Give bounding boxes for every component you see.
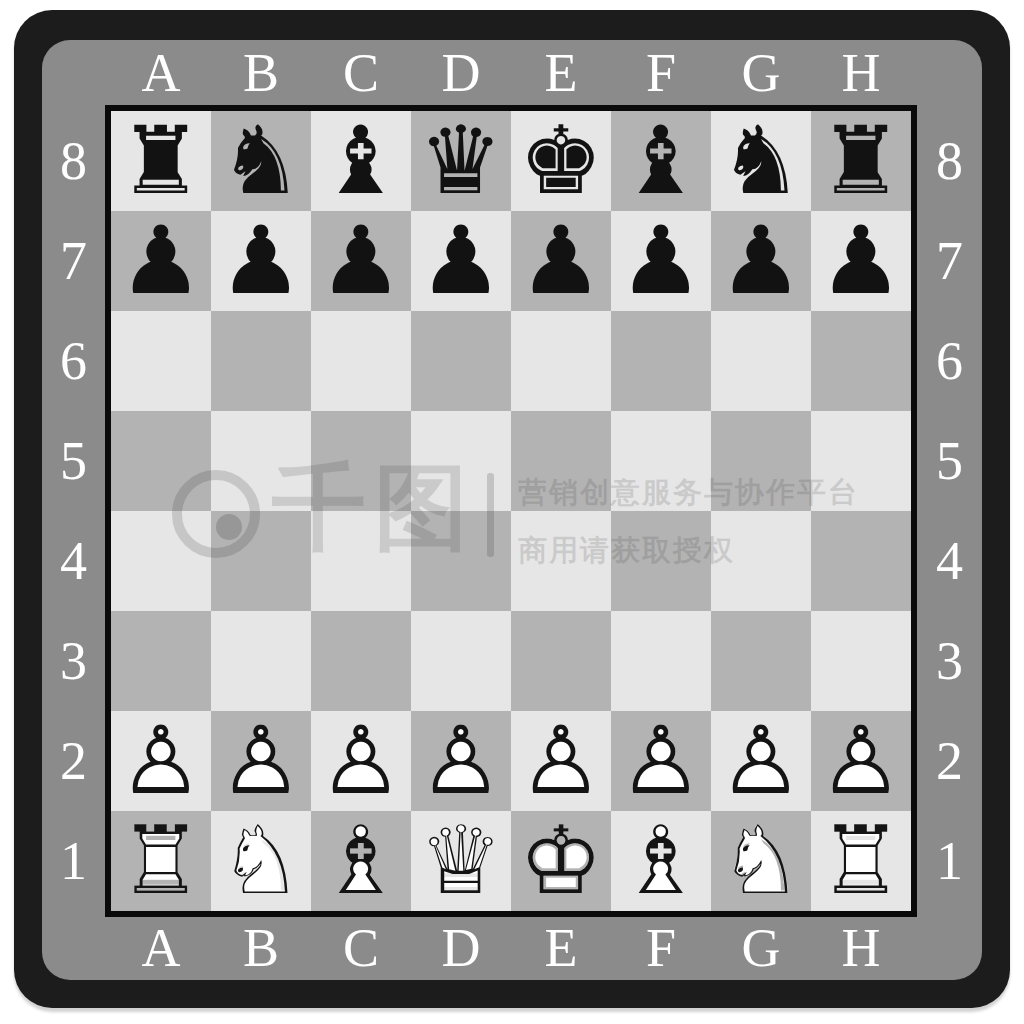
rank-labels-left: 87654321 (42, 111, 105, 911)
piece-white-knight-outline: ♘ (211, 811, 311, 911)
piece-white-bishop[interactable]: ♝♗ (611, 811, 711, 911)
square-c4[interactable] (311, 511, 411, 611)
file-label-bottom-e: E (511, 916, 611, 980)
square-f1[interactable]: ♝♗ (611, 811, 711, 911)
file-label-top-b: B (211, 40, 311, 105)
piece-white-pawn-outline: ♙ (711, 711, 811, 811)
square-g6[interactable] (711, 311, 811, 411)
piece-black-rook[interactable]: ♜ (811, 111, 911, 211)
square-a5[interactable] (111, 411, 211, 511)
square-b5[interactable] (211, 411, 311, 511)
file-label-bottom-a: A (111, 916, 211, 980)
file-label-top-d: D (411, 40, 511, 105)
piece-white-queen-outline: ♕ (411, 811, 511, 911)
piece-white-pawn-outline: ♙ (811, 711, 911, 811)
square-e4[interactable] (511, 511, 611, 611)
file-label-top-f: F (611, 40, 711, 105)
piece-white-pawn[interactable]: ♟♙ (511, 711, 611, 811)
square-a7[interactable]: ♟ (111, 211, 211, 311)
piece-black-pawn[interactable]: ♟ (611, 211, 711, 311)
piece-black-knight[interactable]: ♞ (711, 111, 811, 211)
square-g4[interactable] (711, 511, 811, 611)
rank-label-right-6: 6 (917, 311, 982, 411)
rank-label-right-5: 5 (917, 411, 982, 511)
piece-white-king-outline: ♔ (511, 811, 611, 911)
piece-white-queen[interactable]: ♛♕ (411, 811, 511, 911)
square-f6[interactable] (611, 311, 711, 411)
square-e6[interactable] (511, 311, 611, 411)
piece-white-pawn[interactable]: ♟♙ (711, 711, 811, 811)
file-label-bottom-b: B (211, 916, 311, 980)
piece-white-pawn[interactable]: ♟♙ (411, 711, 511, 811)
square-e5[interactable] (511, 411, 611, 511)
square-e7[interactable]: ♟ (511, 211, 611, 311)
rank-labels-right: 87654321 (917, 111, 982, 911)
board-outer-frame: ABCDEFGH ABCDEFGH 87654321 87654321 ♜♞♝♛… (14, 10, 1010, 1008)
square-d3[interactable] (411, 611, 511, 711)
file-label-bottom-d: D (411, 916, 511, 980)
piece-white-rook[interactable]: ♜♖ (811, 811, 911, 911)
square-g1[interactable]: ♞♘ (711, 811, 811, 911)
square-a4[interactable] (111, 511, 211, 611)
file-label-top-c: C (311, 40, 411, 105)
piece-white-bishop[interactable]: ♝♗ (311, 811, 411, 911)
file-label-bottom-c: C (311, 916, 411, 980)
rank-label-left-3: 3 (42, 611, 105, 711)
square-c7[interactable]: ♟ (311, 211, 411, 311)
piece-black-pawn[interactable]: ♟ (311, 211, 411, 311)
piece-white-rook-outline: ♖ (811, 811, 911, 911)
piece-white-king[interactable]: ♚♔ (511, 811, 611, 911)
square-c5[interactable] (311, 411, 411, 511)
square-g5[interactable] (711, 411, 811, 511)
piece-white-rook[interactable]: ♜♖ (111, 811, 211, 911)
square-d6[interactable] (411, 311, 511, 411)
rank-label-right-2: 2 (917, 711, 982, 811)
square-h7[interactable]: ♟ (811, 211, 911, 311)
square-b8[interactable]: ♞ (211, 111, 311, 211)
square-f7[interactable]: ♟ (611, 211, 711, 311)
piece-white-pawn-outline: ♙ (211, 711, 311, 811)
piece-white-knight-outline: ♘ (711, 811, 811, 911)
piece-white-pawn-outline: ♙ (411, 711, 511, 811)
piece-black-pawn[interactable]: ♟ (411, 211, 511, 311)
piece-white-pawn[interactable]: ♟♙ (111, 711, 211, 811)
square-c3[interactable] (311, 611, 411, 711)
rank-label-right-3: 3 (917, 611, 982, 711)
piece-black-queen[interactable]: ♛ (411, 111, 511, 211)
square-a6[interactable] (111, 311, 211, 411)
file-label-top-a: A (111, 40, 211, 105)
file-label-top-h: H (811, 40, 911, 105)
square-b2[interactable]: ♟♙ (211, 711, 311, 811)
square-f5[interactable] (611, 411, 711, 511)
square-g3[interactable] (711, 611, 811, 711)
rank-label-right-7: 7 (917, 211, 982, 311)
square-g2[interactable]: ♟♙ (711, 711, 811, 811)
piece-black-pawn[interactable]: ♟ (711, 211, 811, 311)
square-c6[interactable] (311, 311, 411, 411)
file-label-bottom-g: G (711, 916, 811, 980)
piece-black-bishop[interactable]: ♝ (611, 111, 711, 211)
rank-label-left-7: 7 (42, 211, 105, 311)
square-c8[interactable]: ♝ (311, 111, 411, 211)
piece-black-pawn[interactable]: ♟ (211, 211, 311, 311)
square-g7[interactable]: ♟ (711, 211, 811, 311)
rank-label-left-8: 8 (42, 111, 105, 211)
file-labels-bottom: ABCDEFGH (111, 916, 911, 980)
piece-white-bishop-outline: ♗ (611, 811, 711, 911)
rank-label-right-8: 8 (917, 111, 982, 211)
piece-white-pawn[interactable]: ♟♙ (611, 711, 711, 811)
file-label-top-e: E (511, 40, 611, 105)
rank-label-left-2: 2 (42, 711, 105, 811)
piece-black-pawn[interactable]: ♟ (511, 211, 611, 311)
piece-black-knight[interactable]: ♞ (211, 111, 311, 211)
rank-label-left-4: 4 (42, 511, 105, 611)
square-d4[interactable] (411, 511, 511, 611)
square-d5[interactable] (411, 411, 511, 511)
piece-white-rook-outline: ♖ (111, 811, 211, 911)
piece-white-pawn-outline: ♙ (511, 711, 611, 811)
board-border: ♜♞♝♛♚♝♞♜♟♟♟♟♟♟♟♟♟♙♟♙♟♙♟♙♟♙♟♙♟♙♟♙♜♖♞♘♝♗♛♕… (105, 105, 917, 917)
square-e1[interactable]: ♚♔ (511, 811, 611, 911)
square-b3[interactable] (211, 611, 311, 711)
file-labels-top: ABCDEFGH (111, 40, 911, 105)
square-d2[interactable]: ♟♙ (411, 711, 511, 811)
piece-black-rook[interactable]: ♜ (111, 111, 211, 211)
square-g8[interactable]: ♞ (711, 111, 811, 211)
square-b4[interactable] (211, 511, 311, 611)
square-f8[interactable]: ♝ (611, 111, 711, 211)
square-a8[interactable]: ♜ (111, 111, 211, 211)
square-h3[interactable] (811, 611, 911, 711)
square-h6[interactable] (811, 311, 911, 411)
piece-white-pawn[interactable]: ♟♙ (311, 711, 411, 811)
square-h1[interactable]: ♜♖ (811, 811, 911, 911)
square-f2[interactable]: ♟♙ (611, 711, 711, 811)
rank-label-left-6: 6 (42, 311, 105, 411)
square-d1[interactable]: ♛♕ (411, 811, 511, 911)
square-c2[interactable]: ♟♙ (311, 711, 411, 811)
rank-label-left-5: 5 (42, 411, 105, 511)
piece-white-pawn-outline: ♙ (311, 711, 411, 811)
piece-black-king[interactable]: ♚ (511, 111, 611, 211)
square-h8[interactable]: ♜ (811, 111, 911, 211)
piece-white-pawn-outline: ♙ (111, 711, 211, 811)
file-label-bottom-h: H (811, 916, 911, 980)
chess-board: ♜♞♝♛♚♝♞♜♟♟♟♟♟♟♟♟♟♙♟♙♟♙♟♙♟♙♟♙♟♙♟♙♜♖♞♘♝♗♛♕… (111, 111, 911, 911)
square-e2[interactable]: ♟♙ (511, 711, 611, 811)
square-a2[interactable]: ♟♙ (111, 711, 211, 811)
piece-white-pawn[interactable]: ♟♙ (811, 711, 911, 811)
piece-black-bishop[interactable]: ♝ (311, 111, 411, 211)
square-f4[interactable] (611, 511, 711, 611)
piece-white-knight[interactable]: ♞♘ (211, 811, 311, 911)
square-b7[interactable]: ♟ (211, 211, 311, 311)
piece-white-pawn[interactable]: ♟♙ (211, 711, 311, 811)
square-d8[interactable]: ♛ (411, 111, 511, 211)
piece-black-pawn[interactable]: ♟ (111, 211, 211, 311)
square-f3[interactable] (611, 611, 711, 711)
square-a1[interactable]: ♜♖ (111, 811, 211, 911)
square-b1[interactable]: ♞♘ (211, 811, 311, 911)
piece-white-pawn-outline: ♙ (611, 711, 711, 811)
file-label-bottom-f: F (611, 916, 711, 980)
square-e3[interactable] (511, 611, 611, 711)
square-c1[interactable]: ♝♗ (311, 811, 411, 911)
piece-black-pawn[interactable]: ♟ (811, 211, 911, 311)
piece-white-knight[interactable]: ♞♘ (711, 811, 811, 911)
rank-label-left-1: 1 (42, 811, 105, 911)
square-b6[interactable] (211, 311, 311, 411)
rank-label-right-1: 1 (917, 811, 982, 911)
square-a3[interactable] (111, 611, 211, 711)
square-h2[interactable]: ♟♙ (811, 711, 911, 811)
square-h4[interactable] (811, 511, 911, 611)
piece-white-bishop-outline: ♗ (311, 811, 411, 911)
board-coordinate-frame: ABCDEFGH ABCDEFGH 87654321 87654321 ♜♞♝♛… (42, 40, 982, 980)
square-d7[interactable]: ♟ (411, 211, 511, 311)
square-e8[interactable]: ♚ (511, 111, 611, 211)
file-label-top-g: G (711, 40, 811, 105)
chess-diagram: ABCDEFGH ABCDEFGH 87654321 87654321 ♜♞♝♛… (0, 0, 1024, 1024)
square-h5[interactable] (811, 411, 911, 511)
rank-label-right-4: 4 (917, 511, 982, 611)
